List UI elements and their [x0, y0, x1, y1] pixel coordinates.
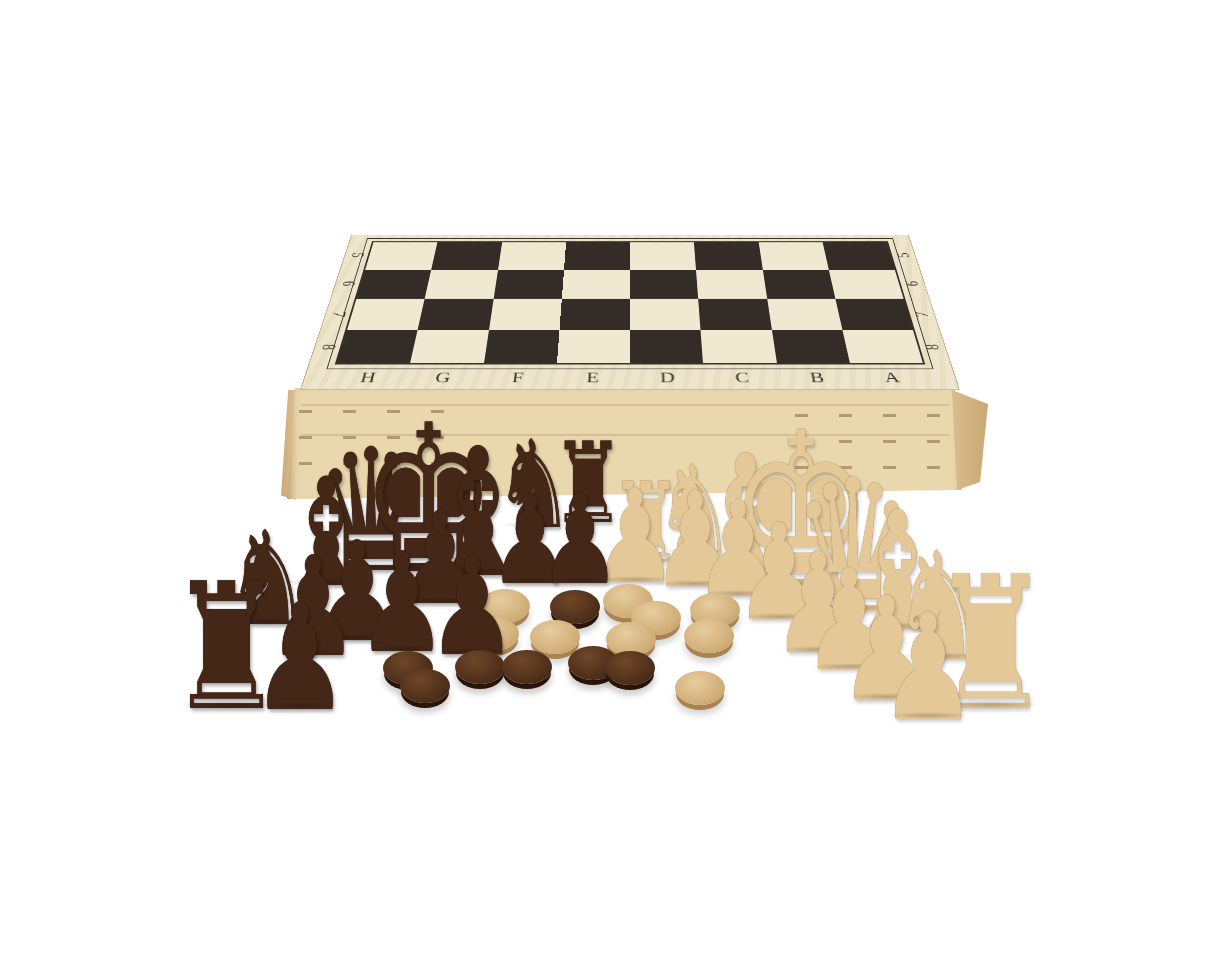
light-pawn[interactable]: ♟ — [873, 594, 983, 742]
ranks-left-6: 6 — [337, 281, 357, 286]
checker-disc-dark[interactable] — [455, 650, 505, 684]
square-h8[interactable] — [337, 330, 418, 363]
square-e5[interactable] — [564, 242, 630, 269]
box-right-end-face — [952, 390, 988, 490]
square-h6[interactable] — [356, 270, 431, 299]
square-e6[interactable] — [562, 270, 630, 299]
checker-disc-dark[interactable] — [400, 669, 450, 703]
ranks-right-5: 5 — [894, 253, 914, 258]
square-d5[interactable] — [630, 242, 696, 269]
square-c6[interactable] — [696, 270, 767, 299]
square-b8[interactable] — [771, 330, 849, 363]
square-c7[interactable] — [698, 299, 771, 330]
ranks-left-8: 8 — [317, 344, 339, 350]
square-f5[interactable] — [498, 242, 566, 269]
square-g5[interactable] — [431, 242, 501, 269]
product-photo-stage: 5678 5678 HGFEDCBA ♜♞♝♛♚♝♞♜♟♟♟♟♟♟♟♟♜♞♝♚♛… — [0, 0, 1218, 960]
square-a8[interactable] — [842, 330, 923, 363]
square-h5[interactable] — [365, 242, 437, 269]
square-b7[interactable] — [767, 299, 842, 330]
chessboard-grid — [337, 242, 923, 363]
checker-disc-dark[interactable] — [550, 590, 600, 624]
file-label-a: A — [852, 369, 931, 386]
ranks-right-6: 6 — [902, 281, 922, 286]
square-d8[interactable] — [630, 330, 703, 363]
checker-disc-light[interactable] — [675, 671, 725, 705]
square-f6[interactable] — [493, 270, 564, 299]
square-e8[interactable] — [557, 330, 630, 363]
square-g8[interactable] — [410, 330, 488, 363]
square-g6[interactable] — [425, 270, 498, 299]
board-inner-frame-line — [335, 241, 926, 364]
dark-pawn[interactable]: ♟ — [534, 478, 626, 602]
checker-disc-dark[interactable] — [605, 651, 655, 685]
square-e7[interactable] — [559, 299, 630, 330]
square-g7[interactable] — [418, 299, 493, 330]
ranks-right-8: 8 — [922, 344, 944, 350]
square-b5[interactable] — [758, 242, 828, 269]
square-f8[interactable] — [484, 330, 560, 363]
ranks-right-7: 7 — [912, 312, 933, 317]
file-label-d: D — [630, 369, 705, 386]
ranks-left-5: 5 — [347, 253, 367, 258]
square-a5[interactable] — [822, 242, 894, 269]
checker-disc-dark[interactable] — [502, 650, 552, 684]
board-lid: 5678 5678 HGFEDCBA — [300, 235, 960, 390]
checker-disc-light[interactable] — [530, 620, 580, 654]
square-a6[interactable] — [829, 270, 904, 299]
file-label-c: C — [704, 369, 781, 386]
square-h7[interactable] — [347, 299, 425, 330]
checker-disc-light[interactable] — [684, 619, 734, 653]
square-c8[interactable] — [701, 330, 777, 363]
file-label-e: E — [555, 369, 630, 386]
square-c5[interactable] — [694, 242, 762, 269]
square-d6[interactable] — [630, 270, 698, 299]
dark-pawn[interactable]: ♟ — [245, 584, 355, 732]
square-f7[interactable] — [489, 299, 562, 330]
ranks-left-7: 7 — [327, 312, 348, 317]
square-a7[interactable] — [835, 299, 913, 330]
file-label-b: B — [778, 369, 856, 386]
square-d7[interactable] — [630, 299, 701, 330]
square-b6[interactable] — [762, 270, 835, 299]
